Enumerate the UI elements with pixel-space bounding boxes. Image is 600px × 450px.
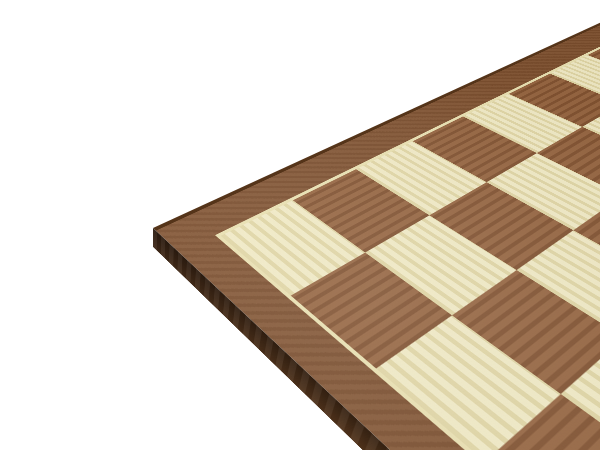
photo-background (0, 0, 600, 450)
board-grid (221, 38, 600, 450)
board-pinstripe (215, 37, 600, 450)
chess-board (153, 20, 600, 450)
board-frame (153, 20, 600, 450)
